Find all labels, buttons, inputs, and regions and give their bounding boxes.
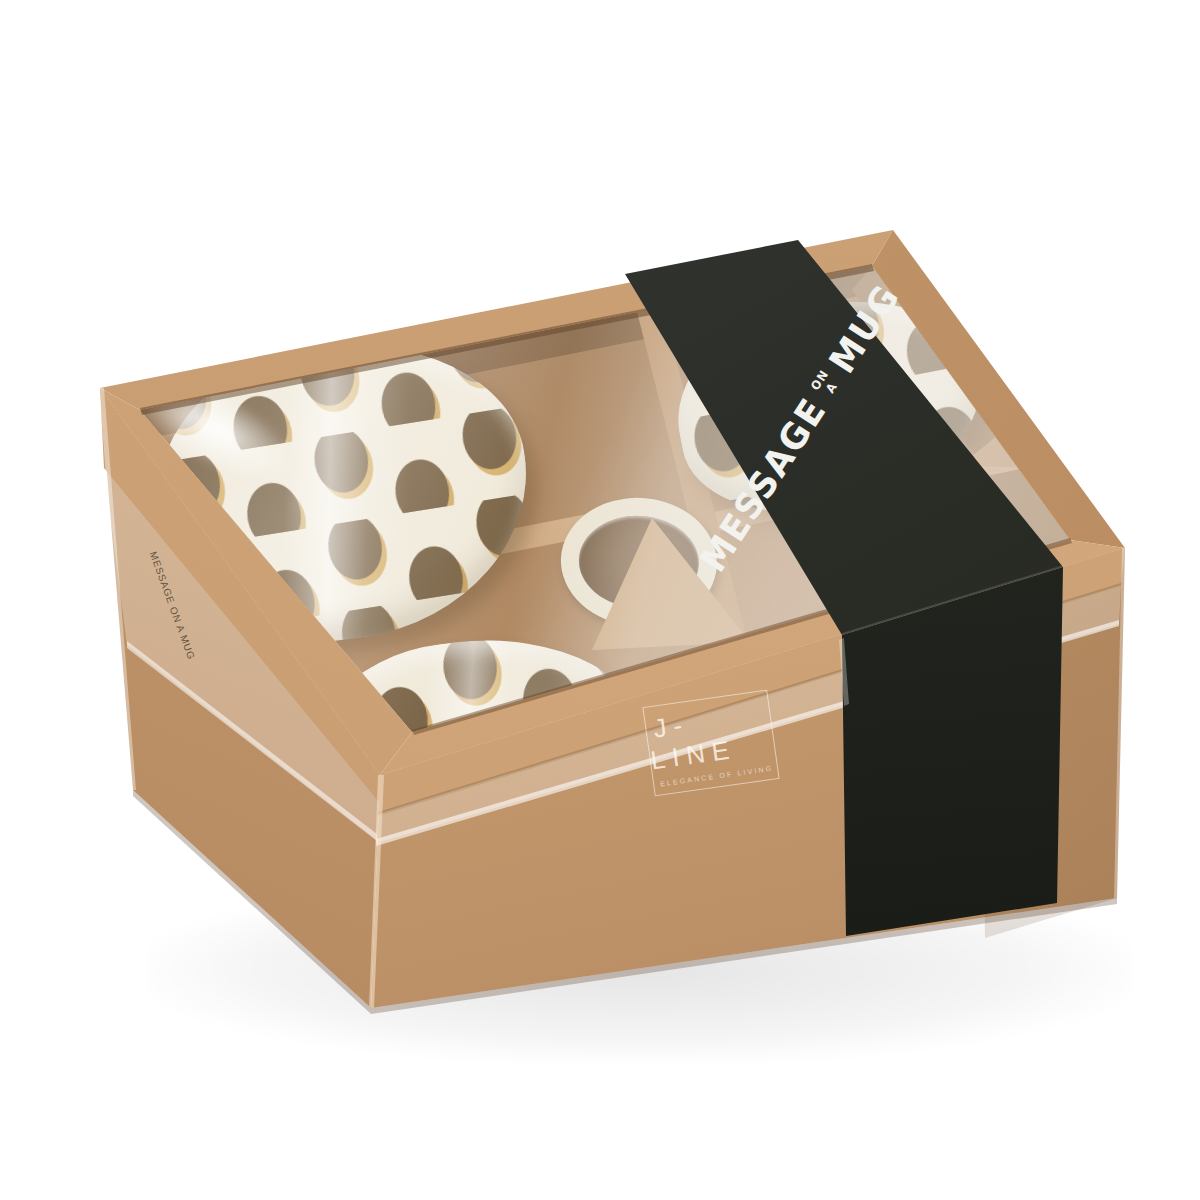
band-words-on-a: ON A [809,368,843,401]
product-photo: MESSAGE ON A MUG [0,0,1200,1200]
brand-logo-name: J-LINE [644,698,775,777]
band-word-a: A [823,380,840,396]
brand-logo: J-LINE ELEGANCE OF LIVING [642,690,779,797]
